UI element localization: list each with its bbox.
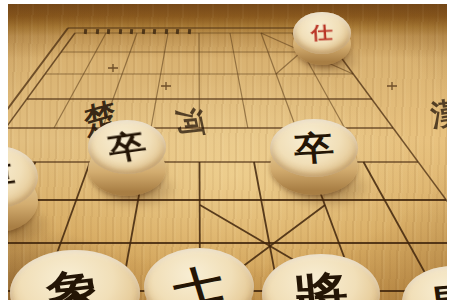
piece-char-black-soldier-right: 卒 bbox=[268, 122, 360, 174]
piece-black-elephant[interactable]: 象 bbox=[10, 250, 140, 300]
piece-red-advisor[interactable]: 仕 bbox=[293, 12, 351, 65]
piece-black-advisor[interactable]: 士 bbox=[144, 248, 254, 300]
piece-black-horse-partial[interactable]: 馬 bbox=[402, 266, 447, 300]
piece-char-black-elephant: 象 bbox=[8, 251, 145, 300]
piece-char-black-chariot: 車 bbox=[8, 147, 42, 207]
piece-black-general[interactable]: 將 bbox=[262, 254, 380, 300]
piece-black-soldier-right[interactable]: 卒 bbox=[270, 119, 358, 195]
wooden-board: 楚 河 漢 仕 車 卒 bbox=[8, 4, 447, 300]
screenshot-canvas: 楚 河 漢 仕 車 卒 bbox=[0, 0, 450, 300]
piece-char-black-advisor: 士 bbox=[136, 245, 262, 300]
river-char-he: 河 bbox=[173, 107, 208, 138]
piece-char-red-advisor: 仕 bbox=[292, 15, 352, 52]
river-char-han: 漢 bbox=[429, 97, 447, 131]
file-markers bbox=[84, 29, 196, 34]
piece-black-chariot-partial[interactable]: 車 bbox=[8, 146, 38, 232]
piece-black-soldier-left[interactable]: 卒 bbox=[88, 120, 166, 196]
piece-char-black-general: 將 bbox=[259, 258, 382, 300]
xiangqi-board-photo: 楚 河 漢 仕 車 卒 bbox=[8, 4, 447, 300]
